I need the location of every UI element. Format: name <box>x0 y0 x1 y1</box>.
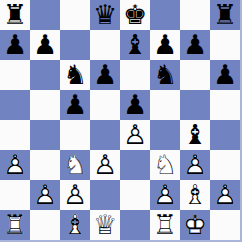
square-g2[interactable]: ♝♗ <box>180 180 210 210</box>
square-b6[interactable] <box>30 60 60 90</box>
piece-black-pawn[interactable]: ♟ <box>0 30 30 60</box>
square-a1[interactable]: ♜♖ <box>0 210 30 240</box>
square-g7[interactable]: ♟ <box>180 30 210 60</box>
square-f3[interactable]: ♞♘ <box>150 150 180 180</box>
white-king-fill: ♚ <box>180 210 210 240</box>
square-a2[interactable] <box>0 180 30 210</box>
square-c8[interactable] <box>60 0 90 30</box>
square-a7[interactable]: ♟ <box>0 30 30 60</box>
square-h3[interactable] <box>210 150 240 180</box>
piece-black-pawn[interactable]: ♟ <box>90 60 120 90</box>
square-e1[interactable] <box>120 210 150 240</box>
piece-white-bishop[interactable]: ♗ <box>180 180 210 210</box>
square-c2[interactable]: ♟♙ <box>60 180 90 210</box>
square-a6[interactable] <box>0 60 30 90</box>
square-h7[interactable] <box>210 30 240 60</box>
piece-white-pawn[interactable]: ♙ <box>180 150 210 180</box>
piece-white-pawn[interactable]: ♙ <box>210 180 240 210</box>
square-d2[interactable] <box>90 180 120 210</box>
square-d3[interactable]: ♟♙ <box>90 150 120 180</box>
square-b3[interactable] <box>30 150 60 180</box>
piece-black-pawn[interactable]: ♟ <box>30 30 60 60</box>
piece-black-bishop[interactable]: ♝ <box>120 30 150 60</box>
white-knight-fill: ♞ <box>60 150 90 180</box>
piece-black-pawn[interactable]: ♟ <box>180 30 210 60</box>
square-h2[interactable]: ♟♙ <box>210 180 240 210</box>
square-g4[interactable]: ♝ <box>180 120 210 150</box>
piece-white-pawn[interactable]: ♙ <box>90 150 120 180</box>
square-d6[interactable]: ♟ <box>90 60 120 90</box>
piece-white-pawn[interactable]: ♙ <box>30 180 60 210</box>
piece-white-rook[interactable]: ♖ <box>0 210 30 240</box>
piece-black-king[interactable]: ♚ <box>120 0 150 30</box>
piece-white-king[interactable]: ♔ <box>180 210 210 240</box>
piece-black-pawn[interactable]: ♟ <box>60 90 90 120</box>
square-h4[interactable] <box>210 120 240 150</box>
square-a4[interactable] <box>0 120 30 150</box>
white-pawn-fill: ♟ <box>180 150 210 180</box>
square-a3[interactable]: ♟♙ <box>0 150 30 180</box>
square-b8[interactable] <box>30 0 60 30</box>
white-bishop-fill: ♝ <box>180 180 210 210</box>
square-g3[interactable]: ♟♙ <box>180 150 210 180</box>
white-pawn-fill: ♟ <box>60 180 90 210</box>
square-a8[interactable]: ♜ <box>0 0 30 30</box>
square-b7[interactable]: ♟ <box>30 30 60 60</box>
piece-white-pawn[interactable]: ♙ <box>120 120 150 150</box>
square-d8[interactable]: ♛ <box>90 0 120 30</box>
piece-black-queen[interactable]: ♛ <box>90 0 120 30</box>
square-a5[interactable] <box>0 90 30 120</box>
square-d1[interactable]: ♛♕ <box>90 210 120 240</box>
piece-white-pawn[interactable]: ♙ <box>0 150 30 180</box>
square-e5[interactable]: ♟ <box>120 90 150 120</box>
piece-black-pawn[interactable]: ♟ <box>150 30 180 60</box>
square-c1[interactable]: ♝♗ <box>60 210 90 240</box>
square-h6[interactable]: ♟ <box>210 60 240 90</box>
square-f1[interactable]: ♜♖ <box>150 210 180 240</box>
white-queen-fill: ♛ <box>90 210 120 240</box>
square-b5[interactable] <box>30 90 60 120</box>
square-f7[interactable]: ♟ <box>150 30 180 60</box>
chess-board: ♜♛♚♜♟♟♝♟♟♞♟♞♟♟♟♟♙♝♟♙♞♘♟♙♞♘♟♙♟♙♟♙♟♙♝♗♟♙♜♖… <box>0 0 240 240</box>
square-e4[interactable]: ♟♙ <box>120 120 150 150</box>
piece-white-bishop[interactable]: ♗ <box>60 210 90 240</box>
white-pawn-fill: ♟ <box>30 180 60 210</box>
piece-white-queen[interactable]: ♕ <box>90 210 120 240</box>
piece-white-knight[interactable]: ♘ <box>150 150 180 180</box>
square-b4[interactable] <box>30 120 60 150</box>
square-h8[interactable]: ♜ <box>210 0 240 30</box>
square-c5[interactable]: ♟ <box>60 90 90 120</box>
square-g6[interactable] <box>180 60 210 90</box>
white-pawn-fill: ♟ <box>120 120 150 150</box>
piece-black-rook[interactable]: ♜ <box>210 0 240 30</box>
square-h1[interactable] <box>210 210 240 240</box>
square-f6[interactable]: ♞ <box>150 60 180 90</box>
square-g1[interactable]: ♚♔ <box>180 210 210 240</box>
piece-black-pawn[interactable]: ♟ <box>210 60 240 90</box>
piece-black-bishop[interactable]: ♝ <box>180 120 210 150</box>
square-d5[interactable] <box>90 90 120 120</box>
piece-white-knight[interactable]: ♘ <box>60 150 90 180</box>
square-f2[interactable]: ♟♙ <box>150 180 180 210</box>
piece-black-knight[interactable]: ♞ <box>60 60 90 90</box>
square-c3[interactable]: ♞♘ <box>60 150 90 180</box>
square-b1[interactable] <box>30 210 60 240</box>
square-c6[interactable]: ♞ <box>60 60 90 90</box>
square-f5[interactable] <box>150 90 180 120</box>
square-e8[interactable]: ♚ <box>120 0 150 30</box>
square-c4[interactable] <box>60 120 90 150</box>
square-d7[interactable] <box>90 30 120 60</box>
square-d4[interactable] <box>90 120 120 150</box>
square-g8[interactable] <box>180 0 210 30</box>
square-b2[interactable]: ♟♙ <box>30 180 60 210</box>
square-f8[interactable] <box>150 0 180 30</box>
white-bishop-fill: ♝ <box>60 210 90 240</box>
square-f4[interactable] <box>150 120 180 150</box>
square-g5[interactable] <box>180 90 210 120</box>
square-e2[interactable] <box>120 180 150 210</box>
piece-black-rook[interactable]: ♜ <box>0 0 30 30</box>
square-h5[interactable] <box>210 90 240 120</box>
piece-black-pawn[interactable]: ♟ <box>120 90 150 120</box>
piece-white-pawn[interactable]: ♙ <box>150 180 180 210</box>
square-c7[interactable] <box>60 30 90 60</box>
piece-white-pawn[interactable]: ♙ <box>60 180 90 210</box>
white-pawn-fill: ♟ <box>90 150 120 180</box>
white-pawn-fill: ♟ <box>150 180 180 210</box>
white-pawn-fill: ♟ <box>210 180 240 210</box>
square-e7[interactable]: ♝ <box>120 30 150 60</box>
white-knight-fill: ♞ <box>150 150 180 180</box>
piece-black-knight[interactable]: ♞ <box>150 60 180 90</box>
square-e6[interactable] <box>120 60 150 90</box>
white-rook-fill: ♜ <box>150 210 180 240</box>
square-e3[interactable] <box>120 150 150 180</box>
white-rook-fill: ♜ <box>0 210 30 240</box>
white-pawn-fill: ♟ <box>0 150 30 180</box>
piece-white-rook[interactable]: ♖ <box>150 210 180 240</box>
